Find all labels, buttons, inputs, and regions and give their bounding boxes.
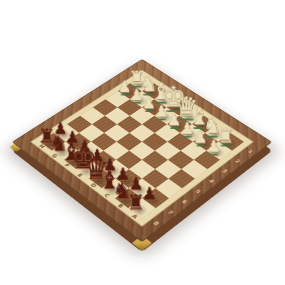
square-f5 [104, 124, 129, 141]
white-pawn: ♟ [141, 95, 155, 110]
square-h3 [105, 91, 129, 107]
black-rook: ♜ [126, 192, 144, 212]
square-g3 [117, 99, 142, 116]
walnut-frame: ♜♞♝♚♛♝♞♜♟♟♟♟♟♟♟♟♟♟♟♟♟♟♟♟♜♞♝♚♛♝♞♜ HGFEDCB… [11, 58, 271, 241]
square-e2: ♟ [154, 107, 179, 124]
white-pawn: ♟ [154, 103, 168, 119]
white-pawn: ♟ [129, 87, 143, 102]
square-h1: ♜ [130, 75, 154, 91]
folding-chess-board: ♜♞♝♚♛♝♞♜♟♟♟♟♟♟♟♟♟♟♟♟♟♟♟♟♜♞♝♚♛♝♞♜ HGFEDCB… [11, 58, 271, 241]
square-g5 [92, 115, 117, 132]
square-f2: ♟ [142, 99, 167, 116]
square-h2: ♟ [117, 83, 141, 99]
square-h4 [92, 99, 117, 116]
square-f1: ♝ [154, 91, 178, 107]
white-pawn: ♟ [117, 79, 131, 94]
white-bishop: ♝ [151, 80, 171, 102]
white-knight: ♞ [139, 74, 157, 94]
white-pawn: ♟ [179, 120, 193, 136]
square-g2: ♟ [129, 91, 153, 107]
square-d3 [154, 124, 179, 141]
white-pawn: ♟ [167, 112, 181, 128]
square-g4 [104, 107, 129, 124]
white-rook: ♜ [128, 68, 144, 86]
square-d1: ♛ [179, 107, 204, 124]
white-pawn: ♟ [193, 129, 207, 145]
chess-set-photo: ♜♞♝♚♛♝♞♜♟♟♟♟♟♟♟♟♟♟♟♟♟♟♟♟♜♞♝♚♛♝♞♜ HGFEDCB… [0, 0, 285, 285]
square-d2: ♟ [167, 115, 192, 132]
white-queen: ♛ [174, 93, 198, 119]
square-e3 [142, 115, 167, 132]
square-e1: ♚ [166, 99, 191, 116]
white-pawn: ♟ [206, 138, 221, 154]
board-position-wrapper: ♜♞♝♚♛♝♞♜♟♟♟♟♟♟♟♟♟♟♟♟♟♟♟♟♜♞♝♚♛♝♞♜ HGFEDCB… [50, 50, 234, 234]
square-f3 [129, 107, 154, 124]
maple-border: ♜♞♝♚♛♝♞♜♟♟♟♟♟♟♟♟♟♟♟♟♟♟♟♟♜♞♝♚♛♝♞♜ [30, 69, 253, 226]
square-h5 [80, 107, 105, 124]
white-king: ♚ [160, 83, 185, 111]
square-g1: ♞ [142, 83, 166, 99]
square-e4 [129, 124, 154, 141]
square-f4 [117, 115, 142, 132]
white-bishop: ♝ [189, 105, 209, 128]
